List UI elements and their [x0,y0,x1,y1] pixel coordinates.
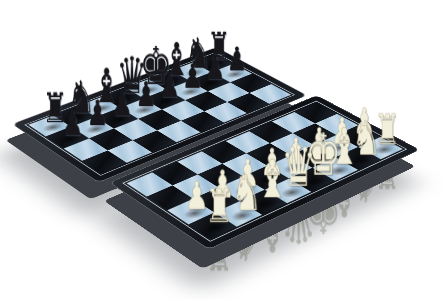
square-b6[interactable] [89,129,133,151]
white-knight[interactable]: ♞ [231,167,258,217]
piece-reflection: ♜ [205,230,232,276]
black-pawn[interactable]: ♟ [181,60,205,94]
black-pawn[interactable]: ♟ [134,77,158,112]
black-pawn[interactable]: ♟ [110,86,134,121]
chess-board: ♜♜♞♞♝♝♛♛♚♚♝♝♞♞♜♜♟♟♟♟♟♟♟♟♟♟♟♟♟♟♟♟ ♟♟♟♟♟♟♟… [12,47,415,253]
black-pawn[interactable]: ♟ [158,68,182,102]
square-a7[interactable]: ♟♟ [46,127,89,149]
black-pawn[interactable]: ♟ [203,51,226,84]
product-photo-stage: ♜♜♞♞♝♝♛♛♚♚♝♝♞♞♜♜♟♟♟♟♟♟♟♟♟♟♟♟♟♟♟♟ ♟♟♟♟♟♟♟… [0,0,448,300]
black-pawn[interactable]: ♟ [60,105,85,141]
black-pawn[interactable]: ♟ [226,43,249,76]
piece-reflection: ♞ [231,218,258,268]
white-rook[interactable]: ♜ [205,184,232,230]
black-pawn[interactable]: ♟ [85,95,110,130]
